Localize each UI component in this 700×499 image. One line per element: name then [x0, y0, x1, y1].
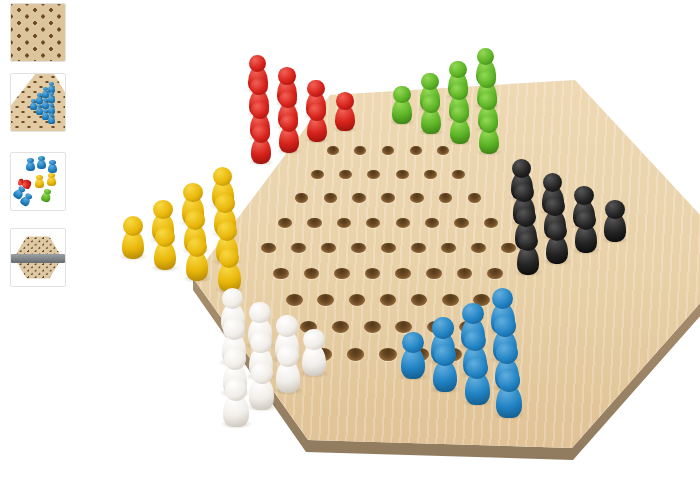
board-hole	[396, 170, 409, 179]
board-hole	[311, 170, 324, 179]
board-hole	[339, 170, 352, 179]
mini-peg	[47, 173, 56, 186]
peg	[122, 216, 144, 259]
board-hole	[454, 218, 468, 228]
product-page	[0, 0, 700, 499]
board-hole	[484, 218, 498, 228]
peg	[546, 221, 569, 264]
thumbnail-loose-pegs[interactable]	[10, 152, 66, 211]
board-hole	[452, 170, 465, 179]
board-hole	[367, 170, 380, 179]
peg	[251, 124, 272, 164]
peg	[465, 357, 490, 405]
peg	[302, 329, 327, 376]
mini-peg	[26, 158, 35, 171]
wood-holes-pattern	[11, 4, 65, 61]
mini-peg	[35, 175, 44, 188]
peg	[307, 103, 327, 142]
peg	[223, 378, 249, 427]
peg	[604, 200, 626, 243]
peg	[392, 86, 412, 124]
peg	[450, 105, 470, 144]
thumbnail-board-closeup[interactable]	[10, 3, 66, 62]
peg	[249, 362, 274, 410]
board-hole	[291, 243, 306, 254]
peg	[276, 345, 301, 393]
peg	[421, 95, 441, 134]
peg	[335, 92, 355, 131]
board-hole	[351, 243, 366, 254]
peg	[218, 248, 241, 292]
peg	[479, 115, 500, 154]
peg	[279, 114, 300, 153]
board-hole	[352, 193, 366, 203]
board-hole	[424, 170, 437, 179]
peg	[401, 332, 426, 379]
board-hole	[441, 243, 456, 254]
mini-peg	[48, 92, 55, 103]
thumbnail-board-strapped[interactable]	[10, 228, 66, 287]
board-hole	[410, 146, 422, 155]
board-hole	[411, 243, 426, 254]
board-hole	[410, 193, 424, 203]
board-strap	[11, 254, 65, 263]
board-hole	[364, 321, 381, 333]
board-hole	[286, 294, 302, 306]
board-hole	[327, 146, 339, 155]
peg	[517, 231, 540, 275]
board-hole	[307, 218, 321, 228]
mini-peg	[48, 113, 55, 124]
peg	[575, 210, 597, 253]
mini-peg	[48, 160, 57, 173]
board-hole	[337, 218, 351, 228]
board-hole	[321, 243, 336, 254]
main-product-image[interactable]	[80, 0, 700, 499]
mini-peg	[40, 188, 52, 203]
mini-peg	[37, 156, 46, 169]
board-hole	[349, 294, 365, 306]
thumbnail-blue-pegs-corner[interactable]	[10, 73, 66, 132]
peg	[154, 227, 177, 271]
board-hole	[471, 243, 486, 254]
peg	[186, 237, 209, 281]
board-hole	[442, 294, 458, 306]
board-hole	[261, 243, 276, 254]
peg	[496, 369, 521, 418]
board-hole	[396, 218, 410, 228]
board-hole	[381, 193, 395, 203]
board-hole	[317, 294, 333, 306]
board-hole	[381, 243, 396, 254]
peg	[433, 344, 458, 392]
